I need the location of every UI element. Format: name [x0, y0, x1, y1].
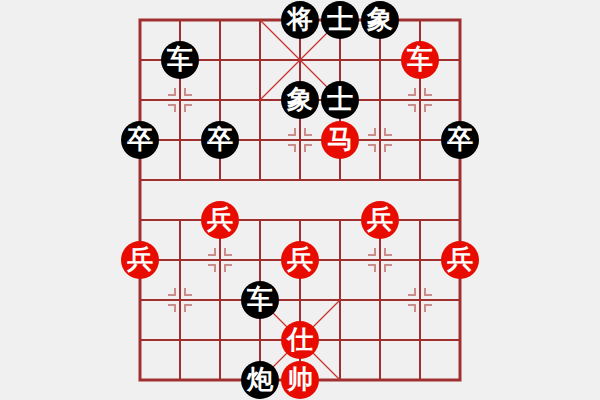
- piece-black-cannon[interactable]: 炮: [241, 361, 279, 399]
- piece-red-soldier[interactable]: 兵: [361, 201, 399, 239]
- piece-red-soldier[interactable]: 兵: [281, 241, 319, 279]
- piece-black-chariot[interactable]: 车: [241, 281, 279, 319]
- piece-black-soldier[interactable]: 卒: [441, 121, 479, 159]
- piece-black-elephant[interactable]: 象: [361, 1, 399, 39]
- piece-red-soldier[interactable]: 兵: [121, 241, 159, 279]
- piece-red-horse[interactable]: 马: [321, 121, 359, 159]
- piece-red-advisor[interactable]: 仕: [281, 321, 319, 359]
- piece-red-general[interactable]: 帅: [281, 361, 319, 399]
- piece-black-soldier[interactable]: 卒: [121, 121, 159, 159]
- pieces-layer: 将士象车车象士卒卒马卒兵兵兵兵兵车仕炮帅: [140, 20, 460, 380]
- piece-black-advisor[interactable]: 士: [321, 1, 359, 39]
- piece-red-soldier[interactable]: 兵: [441, 241, 479, 279]
- piece-black-advisor[interactable]: 士: [321, 81, 359, 119]
- xiangqi-board: 将士象车车象士卒卒马卒兵兵兵兵兵车仕炮帅: [140, 20, 460, 380]
- piece-red-chariot[interactable]: 车: [401, 41, 439, 79]
- piece-black-soldier[interactable]: 卒: [201, 121, 239, 159]
- piece-red-soldier[interactable]: 兵: [201, 201, 239, 239]
- piece-black-general[interactable]: 将: [281, 1, 319, 39]
- piece-black-chariot[interactable]: 车: [161, 41, 199, 79]
- piece-black-elephant[interactable]: 象: [281, 81, 319, 119]
- xiangqi-app: 将士象车车象士卒卒马卒兵兵兵兵兵车仕炮帅: [0, 0, 600, 400]
